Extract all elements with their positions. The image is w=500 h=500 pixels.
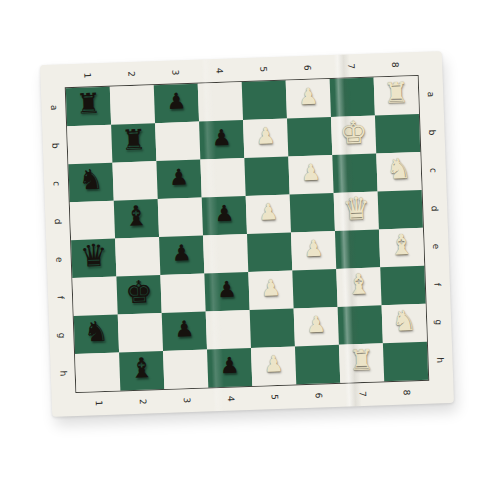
square-h7[interactable]: ♜ bbox=[339, 343, 384, 383]
piece-black-pawn-b4[interactable]: ♟ bbox=[211, 127, 231, 150]
square-h4[interactable]: ♟ bbox=[207, 348, 252, 388]
piece-white-knight-c8[interactable]: ♞ bbox=[386, 155, 412, 184]
square-g5[interactable] bbox=[250, 308, 295, 348]
square-e6[interactable]: ♟ bbox=[291, 231, 336, 271]
square-c6[interactable]: ♟ bbox=[288, 155, 333, 195]
piece-black-knight-g1[interactable]: ♞ bbox=[83, 318, 109, 347]
square-h8[interactable] bbox=[383, 342, 428, 382]
square-g7[interactable] bbox=[338, 305, 383, 345]
square-c8[interactable]: ♞ bbox=[376, 152, 421, 192]
square-g8[interactable]: ♞ bbox=[382, 304, 427, 344]
square-g1[interactable]: ♞ bbox=[74, 315, 119, 355]
piece-white-bishop-f7[interactable]: ♝ bbox=[346, 270, 372, 299]
product-photo-background: 12345678 12345678 abcdefgh abcdefgh ♜♟♟♜… bbox=[0, 0, 500, 500]
piece-black-bishop-d2[interactable]: ♝ bbox=[123, 202, 149, 231]
piece-black-pawn-a3[interactable]: ♟ bbox=[166, 90, 186, 113]
piece-black-pawn-d4[interactable]: ♟ bbox=[214, 203, 234, 226]
square-d8[interactable] bbox=[378, 190, 423, 230]
square-c1[interactable]: ♞ bbox=[68, 163, 113, 203]
piece-black-bishop-h2[interactable]: ♝ bbox=[129, 354, 155, 383]
piece-black-knight-c1[interactable]: ♞ bbox=[78, 166, 104, 195]
square-b4[interactable]: ♟ bbox=[199, 120, 244, 160]
piece-white-pawn-a6[interactable]: ♟ bbox=[298, 86, 318, 109]
square-f7[interactable]: ♝ bbox=[336, 267, 381, 307]
square-b7[interactable]: ♚ bbox=[331, 115, 376, 155]
chess-mat: 12345678 12345678 abcdefgh abcdefgh ♜♟♟♜… bbox=[40, 51, 454, 417]
square-a5[interactable] bbox=[242, 81, 287, 121]
square-f8[interactable] bbox=[380, 266, 425, 306]
piece-white-pawn-f5[interactable]: ♟ bbox=[261, 277, 281, 300]
square-e3[interactable]: ♟ bbox=[159, 236, 204, 276]
square-c2[interactable] bbox=[112, 161, 157, 201]
square-d2[interactable]: ♝ bbox=[114, 199, 159, 239]
square-b3[interactable] bbox=[155, 122, 200, 162]
square-b5[interactable]: ♟ bbox=[243, 119, 288, 159]
piece-white-rook-h7[interactable]: ♜ bbox=[348, 346, 374, 375]
piece-black-king-f2[interactable]: ♚ bbox=[125, 276, 154, 308]
square-b8[interactable] bbox=[375, 114, 420, 154]
piece-white-king-b7[interactable]: ♚ bbox=[339, 117, 368, 149]
square-d4[interactable]: ♟ bbox=[202, 196, 247, 236]
square-e2[interactable] bbox=[115, 237, 160, 277]
piece-black-pawn-c3[interactable]: ♟ bbox=[169, 166, 189, 189]
square-c5[interactable] bbox=[244, 157, 289, 197]
square-g2[interactable] bbox=[118, 313, 163, 353]
square-d5[interactable]: ♟ bbox=[246, 194, 291, 234]
square-g3[interactable]: ♟ bbox=[162, 311, 207, 351]
square-b2[interactable]: ♜ bbox=[111, 123, 156, 163]
square-a6[interactable]: ♟ bbox=[286, 79, 331, 119]
piece-black-pawn-h4[interactable]: ♟ bbox=[219, 355, 239, 378]
piece-black-queen-e1[interactable]: ♛ bbox=[79, 240, 108, 272]
square-f3[interactable] bbox=[160, 274, 205, 314]
square-d1[interactable] bbox=[70, 201, 115, 241]
square-a3[interactable]: ♟ bbox=[154, 84, 199, 124]
square-a2[interactable] bbox=[110, 85, 155, 125]
piece-white-pawn-h5[interactable]: ♟ bbox=[263, 353, 283, 376]
square-g4[interactable] bbox=[206, 310, 251, 350]
square-f1[interactable] bbox=[72, 277, 117, 317]
piece-black-pawn-f4[interactable]: ♟ bbox=[217, 279, 237, 302]
piece-white-pawn-d5[interactable]: ♟ bbox=[258, 201, 278, 224]
piece-black-pawn-g3[interactable]: ♟ bbox=[174, 318, 194, 341]
board-grid: ♜♟♟♜♜♟♟♚♞♟♟♞♝♟♟♛♛♟♟♝♚♟♟♝♞♟♟♞♝♟♟♜ bbox=[66, 76, 428, 392]
piece-white-queen-d7[interactable]: ♛ bbox=[342, 193, 371, 225]
square-f6[interactable] bbox=[292, 269, 337, 309]
square-f5[interactable]: ♟ bbox=[248, 270, 293, 310]
piece-black-rook-a1[interactable]: ♜ bbox=[75, 90, 101, 119]
piece-black-pawn-e3[interactable]: ♟ bbox=[171, 242, 191, 265]
square-h3[interactable] bbox=[163, 349, 208, 389]
piece-white-pawn-b5[interactable]: ♟ bbox=[255, 125, 275, 148]
square-b1[interactable] bbox=[67, 125, 112, 165]
square-c4[interactable] bbox=[200, 158, 245, 198]
square-a8[interactable]: ♜ bbox=[374, 76, 419, 116]
square-c7[interactable] bbox=[332, 153, 377, 193]
piece-white-knight-g8[interactable]: ♞ bbox=[391, 307, 417, 336]
square-d7[interactable]: ♛ bbox=[334, 191, 379, 231]
square-h6[interactable] bbox=[295, 345, 340, 385]
square-d3[interactable] bbox=[158, 198, 203, 238]
square-e4[interactable] bbox=[203, 234, 248, 274]
square-b6[interactable] bbox=[287, 117, 332, 157]
square-c3[interactable]: ♟ bbox=[156, 160, 201, 200]
piece-white-pawn-c6[interactable]: ♟ bbox=[301, 162, 321, 185]
square-a4[interactable] bbox=[198, 82, 243, 122]
square-e5[interactable] bbox=[247, 232, 292, 272]
piece-white-bishop-e8[interactable]: ♝ bbox=[388, 231, 414, 260]
piece-black-rook-b2[interactable]: ♜ bbox=[121, 126, 147, 155]
square-h5[interactable]: ♟ bbox=[251, 346, 296, 386]
square-d6[interactable] bbox=[290, 193, 335, 233]
piece-white-rook-a8[interactable]: ♜ bbox=[383, 79, 409, 108]
square-e7[interactable] bbox=[335, 229, 380, 269]
square-h1[interactable] bbox=[75, 353, 120, 393]
square-g6[interactable]: ♟ bbox=[294, 307, 339, 347]
square-a7[interactable] bbox=[330, 77, 375, 117]
square-e8[interactable]: ♝ bbox=[379, 228, 424, 268]
square-f4[interactable]: ♟ bbox=[204, 272, 249, 312]
square-h2[interactable]: ♝ bbox=[119, 351, 164, 391]
piece-white-pawn-e6[interactable]: ♟ bbox=[303, 238, 323, 261]
square-f2[interactable]: ♚ bbox=[116, 275, 161, 315]
piece-white-pawn-g6[interactable]: ♟ bbox=[306, 314, 326, 337]
square-e1[interactable]: ♛ bbox=[71, 239, 116, 279]
square-a1[interactable]: ♜ bbox=[66, 87, 111, 127]
